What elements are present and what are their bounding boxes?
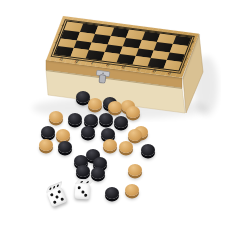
wood-checker-piece[interactable] <box>125 184 139 196</box>
black-checker-piece[interactable] <box>76 165 90 177</box>
die-pip <box>85 181 89 183</box>
die-pip <box>80 189 83 192</box>
wood-checker-piece[interactable] <box>88 98 102 110</box>
die-pip <box>60 197 64 201</box>
wood-checker-piece[interactable] <box>108 101 122 113</box>
black-checker-piece[interactable] <box>91 167 105 179</box>
black-checker-piece[interactable] <box>58 141 72 153</box>
black-checker-piece[interactable] <box>105 187 119 199</box>
black-checker-piece[interactable] <box>141 144 155 156</box>
wood-checker-piece[interactable] <box>103 139 117 151</box>
die-front-face <box>74 183 90 199</box>
file-label: a <box>161 68 179 77</box>
black-checker-piece[interactable] <box>84 114 98 126</box>
wood-checker-piece[interactable] <box>126 106 140 118</box>
black-checker-piece[interactable] <box>114 116 128 128</box>
black-checker-piece[interactable] <box>99 113 113 125</box>
black-checker-piece[interactable] <box>41 126 55 138</box>
wood-checker-piece[interactable] <box>128 164 142 176</box>
product-photo-stage: hgfedcba 4321 4321 <box>0 0 228 228</box>
die-showing-3[interactable] <box>74 183 90 199</box>
wood-checker-piece[interactable] <box>119 141 133 153</box>
wood-checker-piece[interactable] <box>128 129 142 141</box>
die-pip <box>50 193 54 197</box>
die-pip <box>79 180 83 182</box>
wood-checker-piece[interactable] <box>49 111 63 123</box>
wood-checker-piece[interactable] <box>56 129 70 141</box>
black-checker-piece[interactable] <box>81 126 95 138</box>
die-pip <box>55 195 59 199</box>
die-pip <box>53 200 57 204</box>
die-pip <box>77 186 80 189</box>
wood-checker-piece[interactable] <box>39 139 53 151</box>
black-checker-piece[interactable] <box>68 113 82 125</box>
die-pip <box>57 190 61 194</box>
die-pip <box>84 193 87 196</box>
